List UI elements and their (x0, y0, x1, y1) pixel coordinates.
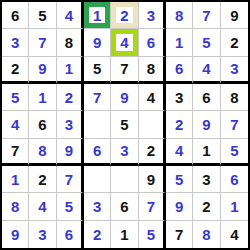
user-digit: 3 (93, 199, 101, 214)
user-digit: 5 (230, 143, 238, 158)
cell-r3c5[interactable]: 7 (111, 57, 138, 84)
user-digit: 9 (175, 199, 183, 214)
user-digit: 3 (38, 227, 46, 242)
user-digit: 5 (202, 35, 210, 50)
user-digit: 5 (147, 227, 155, 242)
cell-r9c8[interactable]: 8 (193, 221, 220, 248)
user-digit: 6 (175, 61, 183, 76)
user-digit: 1 (38, 90, 46, 105)
cell-r2c8[interactable]: 5 (193, 29, 220, 56)
cell-r2c5[interactable]: 4 (111, 29, 138, 56)
user-digit: 1 (175, 35, 183, 50)
cell-r4c4[interactable]: 7 (84, 84, 111, 111)
given-digit: 5 (93, 61, 101, 76)
cell-r6c1[interactable]: 7 (2, 139, 29, 166)
given-digit: 5 (38, 8, 46, 23)
cell-r5c4[interactable] (84, 111, 111, 138)
given-digit: 3 (175, 90, 183, 105)
user-digit: 2 (93, 227, 101, 242)
user-digit: 9 (93, 35, 101, 50)
user-digit: 2 (65, 90, 73, 105)
user-digit: 9 (11, 227, 19, 242)
cell-r9c6[interactable]: 5 (139, 221, 166, 248)
user-digit: 1 (65, 61, 73, 76)
cell-r2c3[interactable]: 8 (57, 29, 84, 56)
user-digit: 8 (38, 143, 46, 158)
cell-r8c8[interactable]: 2 (193, 193, 220, 220)
given-digit: 5 (120, 117, 128, 132)
cell-r6c6[interactable]: 2 (139, 139, 166, 166)
cell-r1c1[interactable]: 6 (2, 2, 29, 29)
cell-r1c7[interactable]: 8 (166, 2, 193, 29)
cell-r1c9[interactable]: 9 (221, 2, 248, 29)
cell-r7c7[interactable]: 5 (166, 166, 193, 193)
cell-r7c8[interactable]: 3 (193, 166, 220, 193)
cell-r6c3[interactable]: 9 (57, 139, 84, 166)
cell-r1c3[interactable]: 4 (57, 2, 84, 29)
cell-r6c8[interactable]: 1 (193, 139, 220, 166)
cell-r9c1[interactable]: 9 (2, 221, 29, 248)
cell-r9c2[interactable]: 3 (29, 221, 56, 248)
user-digit: 7 (38, 35, 46, 50)
cell-r5c1[interactable]: 4 (2, 111, 29, 138)
given-digit: 2 (38, 172, 46, 187)
cell-r5c6[interactable] (139, 111, 166, 138)
cell-r9c9[interactable]: 4 (221, 221, 248, 248)
user-digit: 3 (65, 117, 73, 132)
cell-r7c3[interactable]: 7 (57, 166, 84, 193)
cell-r4c6[interactable]: 4 (139, 84, 166, 111)
cell-r3c3[interactable]: 1 (57, 57, 84, 84)
given-digit: 2 (147, 143, 155, 158)
cell-r8c6[interactable]: 7 (139, 193, 166, 220)
given-digit: 9 (230, 8, 238, 23)
cell-r7c1[interactable]: 1 (2, 166, 29, 193)
cell-r4c9[interactable]: 8 (221, 84, 248, 111)
user-digit: 2 (120, 8, 128, 23)
cell-r2c6[interactable]: 6 (139, 29, 166, 56)
cell-r3c8[interactable]: 4 (193, 57, 220, 84)
user-digit: 6 (65, 227, 73, 242)
given-digit: 1 (120, 227, 128, 242)
cell-r4c5[interactable]: 9 (111, 84, 138, 111)
given-digit: 2 (230, 35, 238, 50)
cell-r8c2[interactable]: 4 (29, 193, 56, 220)
user-digit: 4 (202, 61, 210, 76)
user-digit: 9 (202, 117, 210, 132)
cell-r3c2[interactable]: 9 (29, 57, 56, 84)
given-digit: 4 (147, 90, 155, 105)
sudoku-board: 6541238793789461522915786435127943684635… (0, 0, 250, 250)
cell-r2c2[interactable]: 7 (29, 29, 56, 56)
cell-r9c5[interactable]: 1 (111, 221, 138, 248)
cell-r3c4[interactable]: 5 (84, 57, 111, 84)
cell-r2c1[interactable]: 3 (2, 29, 29, 56)
user-digit: 2 (175, 117, 183, 132)
cell-r4c7[interactable]: 3 (166, 84, 193, 111)
cell-r5c5[interactable]: 5 (111, 111, 138, 138)
cell-r1c5[interactable]: 2 (111, 2, 138, 29)
user-digit: 4 (38, 199, 46, 214)
user-digit: 3 (230, 61, 238, 76)
user-digit: 4 (11, 117, 19, 132)
cell-r7c4[interactable] (84, 166, 111, 193)
cell-r8c9[interactable]: 1 (221, 193, 248, 220)
cell-r6c9[interactable]: 5 (221, 139, 248, 166)
cell-r1c2[interactable]: 5 (29, 2, 56, 29)
cell-r8c3[interactable]: 5 (57, 193, 84, 220)
cell-r3c9[interactable]: 3 (221, 57, 248, 84)
cell-r9c4[interactable]: 2 (84, 221, 111, 248)
cell-r7c6[interactable]: 9 (139, 166, 166, 193)
user-digit: 7 (65, 172, 73, 187)
cell-r6c2[interactable]: 8 (29, 139, 56, 166)
user-digit: 6 (230, 172, 238, 187)
user-digit: 9 (120, 90, 128, 105)
given-digit: 7 (120, 61, 128, 76)
user-digit: 1 (11, 172, 19, 187)
user-digit: 8 (11, 199, 19, 214)
user-digit: 8 (175, 8, 183, 23)
cell-r9c7[interactable]: 7 (166, 221, 193, 248)
cell-r3c7[interactable]: 6 (166, 57, 193, 84)
cell-r5c2[interactable]: 6 (29, 111, 56, 138)
user-digit: 5 (175, 172, 183, 187)
cell-r7c2[interactable]: 2 (29, 166, 56, 193)
cell-r8c1[interactable]: 8 (2, 193, 29, 220)
user-digit: 5 (65, 199, 73, 214)
cell-r4c1[interactable]: 5 (2, 84, 29, 111)
given-digit: 8 (65, 35, 73, 50)
cell-r1c8[interactable]: 7 (193, 2, 220, 29)
user-digit: 4 (175, 143, 183, 158)
cell-r9c3[interactable]: 6 (57, 221, 84, 248)
cell-r7c9[interactable]: 6 (221, 166, 248, 193)
user-digit: 6 (147, 35, 155, 50)
given-digit: 6 (202, 90, 210, 105)
cell-r8c4[interactable]: 3 (84, 193, 111, 220)
cell-r6c5[interactable]: 3 (111, 139, 138, 166)
cell-r8c5[interactable]: 6 (111, 193, 138, 220)
user-digit: 7 (147, 199, 155, 214)
cell-r6c7[interactable]: 4 (166, 139, 193, 166)
user-digit: 7 (202, 8, 210, 23)
user-digit: 9 (38, 61, 46, 76)
user-digit: 1 (230, 199, 238, 214)
user-digit: 3 (11, 35, 19, 50)
user-digit: 1 (93, 8, 101, 23)
user-digit: 3 (120, 143, 128, 158)
cell-r2c9[interactable]: 2 (221, 29, 248, 56)
given-digit: 8 (230, 90, 238, 105)
user-digit: 5 (11, 90, 19, 105)
cell-r4c3[interactable]: 2 (57, 84, 84, 111)
user-digit: 7 (230, 117, 238, 132)
cell-r5c7[interactable]: 2 (166, 111, 193, 138)
given-digit: 6 (11, 8, 19, 23)
user-digit: 7 (93, 90, 101, 105)
cell-r1c6[interactable]: 3 (139, 2, 166, 29)
given-digit: 2 (11, 61, 19, 76)
cell-r8c7[interactable]: 9 (166, 193, 193, 220)
given-digit: 1 (202, 143, 210, 158)
cell-r3c1[interactable]: 2 (2, 57, 29, 84)
cell-r7c5[interactable] (111, 166, 138, 193)
user-digit: 9 (65, 143, 73, 158)
cell-r5c9[interactable]: 7 (221, 111, 248, 138)
given-digit: 7 (11, 143, 19, 158)
given-digit: 4 (230, 227, 238, 242)
cell-r5c8[interactable]: 9 (193, 111, 220, 138)
cell-r2c7[interactable]: 1 (166, 29, 193, 56)
user-digit: 8 (202, 227, 210, 242)
cell-r4c2[interactable]: 1 (29, 84, 56, 111)
user-digit: 4 (120, 35, 128, 50)
given-digit: 9 (147, 172, 155, 187)
given-digit: 3 (202, 172, 210, 187)
cell-r5c3[interactable]: 3 (57, 111, 84, 138)
given-digit: 7 (175, 227, 183, 242)
cell-r6c4[interactable]: 6 (84, 139, 111, 166)
given-digit: 8 (147, 61, 155, 76)
given-digit: 6 (120, 199, 128, 214)
cell-r1c4[interactable]: 1 (84, 2, 111, 29)
user-digit: 6 (93, 143, 101, 158)
given-digit: 2 (202, 199, 210, 214)
cell-r3c6[interactable]: 8 (139, 57, 166, 84)
given-digit: 6 (38, 117, 46, 132)
cell-r4c8[interactable]: 6 (193, 84, 220, 111)
user-digit: 3 (147, 8, 155, 23)
cell-r2c4[interactable]: 9 (84, 29, 111, 56)
user-digit: 4 (65, 8, 73, 23)
